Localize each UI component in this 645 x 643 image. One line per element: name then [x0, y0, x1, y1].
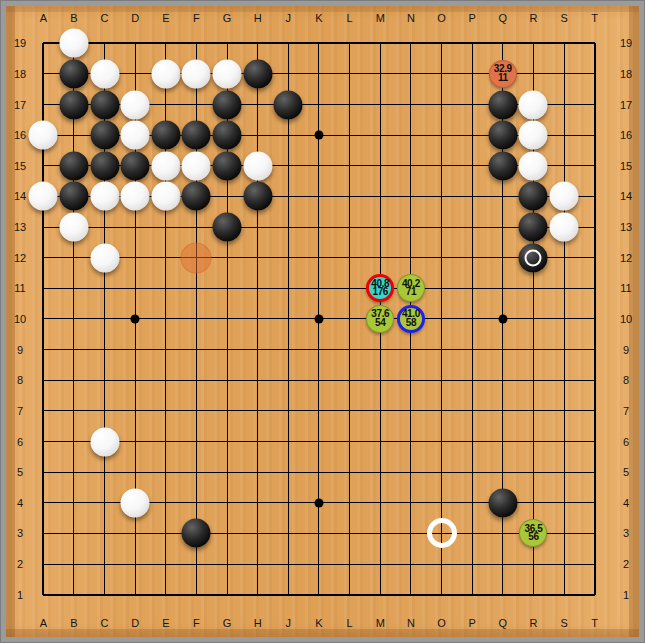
intersection-R5[interactable]	[518, 457, 549, 488]
intersection-F18[interactable]	[181, 59, 212, 90]
intersection-G16[interactable]	[212, 120, 243, 151]
intersection-J14[interactable]	[273, 181, 304, 212]
intersection-T14[interactable]	[579, 181, 610, 212]
intersection-L14[interactable]	[334, 181, 365, 212]
intersection-T9[interactable]	[579, 334, 610, 365]
intersection-L18[interactable]	[334, 59, 365, 90]
intersection-J11[interactable]	[273, 273, 304, 304]
intersection-E13[interactable]	[151, 212, 182, 243]
intersection-C1[interactable]	[89, 579, 120, 610]
intersection-G1[interactable]	[212, 579, 243, 610]
intersection-E1[interactable]	[151, 579, 182, 610]
intersection-F7[interactable]	[181, 396, 212, 427]
intersection-K16[interactable]	[304, 120, 335, 151]
intersection-D10[interactable]	[120, 304, 151, 335]
intersection-C16[interactable]	[89, 120, 120, 151]
intersection-G19[interactable]	[212, 28, 243, 59]
intersection-K19[interactable]	[304, 28, 335, 59]
intersection-E15[interactable]	[151, 151, 182, 182]
intersection-Q19[interactable]	[487, 28, 518, 59]
intersection-C7[interactable]	[89, 396, 120, 427]
intersection-O2[interactable]	[426, 549, 457, 580]
intersection-D11[interactable]	[120, 273, 151, 304]
intersection-R10[interactable]	[518, 304, 549, 335]
intersection-Q13[interactable]	[487, 212, 518, 243]
intersection-H7[interactable]	[242, 396, 273, 427]
intersection-S12[interactable]	[549, 242, 580, 273]
intersection-L4[interactable]	[334, 487, 365, 518]
intersection-L7[interactable]	[334, 396, 365, 427]
intersection-N3[interactable]	[396, 518, 427, 549]
intersection-O9[interactable]	[426, 334, 457, 365]
intersection-M18[interactable]	[365, 59, 396, 90]
intersection-F4[interactable]	[181, 487, 212, 518]
intersection-B3[interactable]	[59, 518, 90, 549]
intersection-M10[interactable]: 37.654	[365, 304, 396, 335]
intersection-C15[interactable]	[89, 151, 120, 182]
intersection-R4[interactable]	[518, 487, 549, 518]
analysis-move-Q18[interactable]: 32.911	[489, 60, 517, 88]
intersection-N9[interactable]	[396, 334, 427, 365]
intersection-T11[interactable]	[579, 273, 610, 304]
intersection-H12[interactable]	[242, 242, 273, 273]
intersection-D3[interactable]	[120, 518, 151, 549]
intersection-N4[interactable]	[396, 487, 427, 518]
intersection-J5[interactable]	[273, 457, 304, 488]
intersection-S14[interactable]	[549, 181, 580, 212]
intersection-E14[interactable]	[151, 181, 182, 212]
intersection-D16[interactable]	[120, 120, 151, 151]
intersection-B1[interactable]	[59, 579, 90, 610]
intersection-L12[interactable]	[334, 242, 365, 273]
intersection-E7[interactable]	[151, 396, 182, 427]
intersection-T16[interactable]	[579, 120, 610, 151]
intersection-M19[interactable]	[365, 28, 396, 59]
intersection-R6[interactable]	[518, 426, 549, 457]
intersection-J6[interactable]	[273, 426, 304, 457]
intersection-R18[interactable]	[518, 59, 549, 90]
intersection-O19[interactable]	[426, 28, 457, 59]
intersection-S11[interactable]	[549, 273, 580, 304]
intersection-F9[interactable]	[181, 334, 212, 365]
intersection-S13[interactable]	[549, 212, 580, 243]
intersection-D14[interactable]	[120, 181, 151, 212]
intersection-E2[interactable]	[151, 549, 182, 580]
intersection-G6[interactable]	[212, 426, 243, 457]
intersection-E16[interactable]	[151, 120, 182, 151]
intersection-F15[interactable]	[181, 151, 212, 182]
intersection-G2[interactable]	[212, 549, 243, 580]
intersection-R19[interactable]	[518, 28, 549, 59]
intersection-R13[interactable]	[518, 212, 549, 243]
intersection-P12[interactable]	[457, 242, 488, 273]
intersection-P14[interactable]	[457, 181, 488, 212]
intersection-E19[interactable]	[151, 28, 182, 59]
intersection-J7[interactable]	[273, 396, 304, 427]
intersection-H19[interactable]	[242, 28, 273, 59]
intersection-B19[interactable]	[59, 28, 90, 59]
intersection-K10[interactable]	[304, 304, 335, 335]
intersection-J10[interactable]	[273, 304, 304, 335]
intersection-N16[interactable]	[396, 120, 427, 151]
intersection-R2[interactable]	[518, 549, 549, 580]
intersection-H13[interactable]	[242, 212, 273, 243]
intersection-C8[interactable]	[89, 365, 120, 396]
intersection-S9[interactable]	[549, 334, 580, 365]
intersection-F13[interactable]	[181, 212, 212, 243]
intersection-L2[interactable]	[334, 549, 365, 580]
intersection-S18[interactable]	[549, 59, 580, 90]
intersection-K4[interactable]	[304, 487, 335, 518]
intersection-F8[interactable]	[181, 365, 212, 396]
intersection-C14[interactable]	[89, 181, 120, 212]
intersection-C18[interactable]	[89, 59, 120, 90]
intersection-Q9[interactable]	[487, 334, 518, 365]
intersection-K5[interactable]	[304, 457, 335, 488]
intersection-H15[interactable]	[242, 151, 273, 182]
intersection-S4[interactable]	[549, 487, 580, 518]
intersection-N2[interactable]	[396, 549, 427, 580]
intersection-P4[interactable]	[457, 487, 488, 518]
intersection-H2[interactable]	[242, 549, 273, 580]
analysis-move-M10[interactable]: 37.654	[366, 305, 394, 333]
intersection-K8[interactable]	[304, 365, 335, 396]
intersection-T13[interactable]	[579, 212, 610, 243]
intersection-L13[interactable]	[334, 212, 365, 243]
intersection-K6[interactable]	[304, 426, 335, 457]
intersection-F1[interactable]	[181, 579, 212, 610]
intersection-P18[interactable]	[457, 59, 488, 90]
intersection-M2[interactable]	[365, 549, 396, 580]
intersection-K11[interactable]	[304, 273, 335, 304]
intersection-J4[interactable]	[273, 487, 304, 518]
intersection-S19[interactable]	[549, 28, 580, 59]
intersection-J18[interactable]	[273, 59, 304, 90]
intersection-R16[interactable]	[518, 120, 549, 151]
intersection-S3[interactable]	[549, 518, 580, 549]
intersection-T2[interactable]	[579, 549, 610, 580]
intersection-T1[interactable]	[579, 579, 610, 610]
intersection-P6[interactable]	[457, 426, 488, 457]
intersection-O11[interactable]	[426, 273, 457, 304]
intersection-T12[interactable]	[579, 242, 610, 273]
intersection-O16[interactable]	[426, 120, 457, 151]
intersection-R14[interactable]	[518, 181, 549, 212]
intersection-R17[interactable]	[518, 89, 549, 120]
intersection-C11[interactable]	[89, 273, 120, 304]
intersection-P7[interactable]	[457, 396, 488, 427]
intersection-B18[interactable]	[59, 59, 90, 90]
intersection-K14[interactable]	[304, 181, 335, 212]
intersection-M12[interactable]	[365, 242, 396, 273]
intersection-O6[interactable]	[426, 426, 457, 457]
intersection-C2[interactable]	[89, 549, 120, 580]
intersection-N7[interactable]	[396, 396, 427, 427]
intersection-T8[interactable]	[579, 365, 610, 396]
intersection-J17[interactable]	[273, 89, 304, 120]
intersection-C5[interactable]	[89, 457, 120, 488]
intersection-B12[interactable]	[59, 242, 90, 273]
intersection-B16[interactable]	[59, 120, 90, 151]
intersection-N12[interactable]	[396, 242, 427, 273]
intersection-S17[interactable]	[549, 89, 580, 120]
intersection-O18[interactable]	[426, 59, 457, 90]
intersection-C3[interactable]	[89, 518, 120, 549]
intersection-E18[interactable]	[151, 59, 182, 90]
intersection-Q16[interactable]	[487, 120, 518, 151]
intersection-E6[interactable]	[151, 426, 182, 457]
intersection-N19[interactable]	[396, 28, 427, 59]
intersection-G15[interactable]	[212, 151, 243, 182]
intersection-L5[interactable]	[334, 457, 365, 488]
intersection-C19[interactable]	[89, 28, 120, 59]
intersection-T3[interactable]	[579, 518, 610, 549]
intersection-K13[interactable]	[304, 212, 335, 243]
intersection-F6[interactable]	[181, 426, 212, 457]
intersection-F2[interactable]	[181, 549, 212, 580]
analysis-move-N11[interactable]: 40.271	[397, 274, 425, 302]
intersection-D5[interactable]	[120, 457, 151, 488]
intersection-H16[interactable]	[242, 120, 273, 151]
intersection-H14[interactable]	[242, 181, 273, 212]
intersection-H11[interactable]	[242, 273, 273, 304]
intersection-C13[interactable]	[89, 212, 120, 243]
intersection-Q2[interactable]	[487, 549, 518, 580]
intersection-J3[interactable]	[273, 518, 304, 549]
intersection-D6[interactable]	[120, 426, 151, 457]
intersection-Q14[interactable]	[487, 181, 518, 212]
intersection-M17[interactable]	[365, 89, 396, 120]
intersection-T5[interactable]	[579, 457, 610, 488]
intersection-D18[interactable]	[120, 59, 151, 90]
intersection-P10[interactable]	[457, 304, 488, 335]
intersection-M11[interactable]: 40.8176	[365, 273, 396, 304]
intersection-L16[interactable]	[334, 120, 365, 151]
intersection-H10[interactable]	[242, 304, 273, 335]
intersection-D4[interactable]	[120, 487, 151, 518]
intersection-S8[interactable]	[549, 365, 580, 396]
intersection-N10[interactable]: 41.058	[396, 304, 427, 335]
intersection-N1[interactable]	[396, 579, 427, 610]
intersection-F11[interactable]	[181, 273, 212, 304]
intersection-L6[interactable]	[334, 426, 365, 457]
analysis-move-N10[interactable]: 41.058	[397, 305, 425, 333]
intersection-G18[interactable]	[212, 59, 243, 90]
intersection-D12[interactable]	[120, 242, 151, 273]
intersection-D8[interactable]	[120, 365, 151, 396]
intersection-O12[interactable]	[426, 242, 457, 273]
intersection-L17[interactable]	[334, 89, 365, 120]
intersection-P3[interactable]	[457, 518, 488, 549]
intersection-D7[interactable]	[120, 396, 151, 427]
intersection-T4[interactable]	[579, 487, 610, 518]
intersection-S10[interactable]	[549, 304, 580, 335]
intersection-B13[interactable]	[59, 212, 90, 243]
intersection-F19[interactable]	[181, 28, 212, 59]
intersection-G13[interactable]	[212, 212, 243, 243]
intersection-O4[interactable]	[426, 487, 457, 518]
intersection-G17[interactable]	[212, 89, 243, 120]
intersection-N13[interactable]	[396, 212, 427, 243]
analysis-move-R3[interactable]: 36.556	[519, 519, 547, 547]
intersection-E3[interactable]	[151, 518, 182, 549]
intersection-K15[interactable]	[304, 151, 335, 182]
intersection-E12[interactable]	[151, 242, 182, 273]
intersection-F10[interactable]	[181, 304, 212, 335]
intersection-F3[interactable]	[181, 518, 212, 549]
intersection-M15[interactable]	[365, 151, 396, 182]
intersection-S1[interactable]	[549, 579, 580, 610]
intersection-H5[interactable]	[242, 457, 273, 488]
intersection-Q4[interactable]	[487, 487, 518, 518]
intersection-G12[interactable]	[212, 242, 243, 273]
intersection-J13[interactable]	[273, 212, 304, 243]
intersection-L11[interactable]	[334, 273, 365, 304]
intersection-P13[interactable]	[457, 212, 488, 243]
intersection-R1[interactable]	[518, 579, 549, 610]
intersection-R3[interactable]: 36.556	[518, 518, 549, 549]
intersection-O10[interactable]	[426, 304, 457, 335]
intersection-H8[interactable]	[242, 365, 273, 396]
intersection-B14[interactable]	[59, 181, 90, 212]
intersection-J15[interactable]	[273, 151, 304, 182]
intersection-L10[interactable]	[334, 304, 365, 335]
intersection-D13[interactable]	[120, 212, 151, 243]
intersection-G5[interactable]	[212, 457, 243, 488]
intersection-B9[interactable]	[59, 334, 90, 365]
intersection-B17[interactable]	[59, 89, 90, 120]
intersection-T15[interactable]	[579, 151, 610, 182]
intersection-M3[interactable]	[365, 518, 396, 549]
analysis-move-M11[interactable]: 40.8176	[366, 274, 394, 302]
intersection-J9[interactable]	[273, 334, 304, 365]
intersection-D17[interactable]	[120, 89, 151, 120]
intersection-R15[interactable]	[518, 151, 549, 182]
intersection-N14[interactable]	[396, 181, 427, 212]
intersection-G11[interactable]	[212, 273, 243, 304]
intersection-M9[interactable]	[365, 334, 396, 365]
intersection-S7[interactable]	[549, 396, 580, 427]
intersection-P2[interactable]	[457, 549, 488, 580]
intersection-Q18[interactable]: 32.911	[487, 59, 518, 90]
intersection-M4[interactable]	[365, 487, 396, 518]
intersection-L8[interactable]	[334, 365, 365, 396]
intersection-B4[interactable]	[59, 487, 90, 518]
intersection-S5[interactable]	[549, 457, 580, 488]
intersection-T18[interactable]	[579, 59, 610, 90]
intersection-J12[interactable]	[273, 242, 304, 273]
intersection-Q17[interactable]	[487, 89, 518, 120]
intersection-O3[interactable]	[426, 518, 457, 549]
intersection-J16[interactable]	[273, 120, 304, 151]
intersection-H17[interactable]	[242, 89, 273, 120]
intersection-D2[interactable]	[120, 549, 151, 580]
intersection-O7[interactable]	[426, 396, 457, 427]
intersection-M14[interactable]	[365, 181, 396, 212]
intersection-R8[interactable]	[518, 365, 549, 396]
intersection-T7[interactable]	[579, 396, 610, 427]
intersection-E5[interactable]	[151, 457, 182, 488]
intersection-O5[interactable]	[426, 457, 457, 488]
intersection-E11[interactable]	[151, 273, 182, 304]
intersection-N15[interactable]	[396, 151, 427, 182]
intersection-B5[interactable]	[59, 457, 90, 488]
intersection-H18[interactable]	[242, 59, 273, 90]
intersection-K2[interactable]	[304, 549, 335, 580]
intersection-F14[interactable]	[181, 181, 212, 212]
intersection-S16[interactable]	[549, 120, 580, 151]
intersection-H6[interactable]	[242, 426, 273, 457]
intersection-Q3[interactable]	[487, 518, 518, 549]
intersection-R11[interactable]	[518, 273, 549, 304]
intersection-F16[interactable]	[181, 120, 212, 151]
intersection-J19[interactable]	[273, 28, 304, 59]
intersection-K9[interactable]	[304, 334, 335, 365]
intersection-M5[interactable]	[365, 457, 396, 488]
intersection-O8[interactable]	[426, 365, 457, 396]
intersection-J2[interactable]	[273, 549, 304, 580]
intersection-C4[interactable]	[89, 487, 120, 518]
intersection-G14[interactable]	[212, 181, 243, 212]
intersection-G9[interactable]	[212, 334, 243, 365]
intersection-O14[interactable]	[426, 181, 457, 212]
intersection-L15[interactable]	[334, 151, 365, 182]
intersection-P5[interactable]	[457, 457, 488, 488]
intersection-F12[interactable]	[181, 242, 212, 273]
intersection-Q7[interactable]	[487, 396, 518, 427]
intersection-K3[interactable]	[304, 518, 335, 549]
intersection-O13[interactable]	[426, 212, 457, 243]
intersection-Q12[interactable]	[487, 242, 518, 273]
intersection-M8[interactable]	[365, 365, 396, 396]
intersection-G10[interactable]	[212, 304, 243, 335]
intersection-D19[interactable]	[120, 28, 151, 59]
intersection-B7[interactable]	[59, 396, 90, 427]
intersection-G8[interactable]	[212, 365, 243, 396]
intersection-G7[interactable]	[212, 396, 243, 427]
intersection-Q8[interactable]	[487, 365, 518, 396]
intersection-M16[interactable]	[365, 120, 396, 151]
intersection-T19[interactable]	[579, 28, 610, 59]
intersection-Q6[interactable]	[487, 426, 518, 457]
intersection-M13[interactable]	[365, 212, 396, 243]
intersection-N18[interactable]	[396, 59, 427, 90]
intersection-D9[interactable]	[120, 334, 151, 365]
intersection-Q15[interactable]	[487, 151, 518, 182]
intersection-C12[interactable]	[89, 242, 120, 273]
intersection-Q5[interactable]	[487, 457, 518, 488]
intersection-B6[interactable]	[59, 426, 90, 457]
intersection-C6[interactable]	[89, 426, 120, 457]
intersection-R7[interactable]	[518, 396, 549, 427]
intersection-N6[interactable]	[396, 426, 427, 457]
intersection-H9[interactable]	[242, 334, 273, 365]
intersection-G3[interactable]	[212, 518, 243, 549]
intersection-E4[interactable]	[151, 487, 182, 518]
intersection-N11[interactable]: 40.271	[396, 273, 427, 304]
intersection-P17[interactable]	[457, 89, 488, 120]
intersection-L19[interactable]	[334, 28, 365, 59]
intersection-N8[interactable]	[396, 365, 427, 396]
intersection-Q1[interactable]	[487, 579, 518, 610]
intersection-O1[interactable]	[426, 579, 457, 610]
intersection-C9[interactable]	[89, 334, 120, 365]
intersection-T17[interactable]	[579, 89, 610, 120]
intersection-P15[interactable]	[457, 151, 488, 182]
intersection-O17[interactable]	[426, 89, 457, 120]
intersection-K7[interactable]	[304, 396, 335, 427]
intersection-S6[interactable]	[549, 426, 580, 457]
